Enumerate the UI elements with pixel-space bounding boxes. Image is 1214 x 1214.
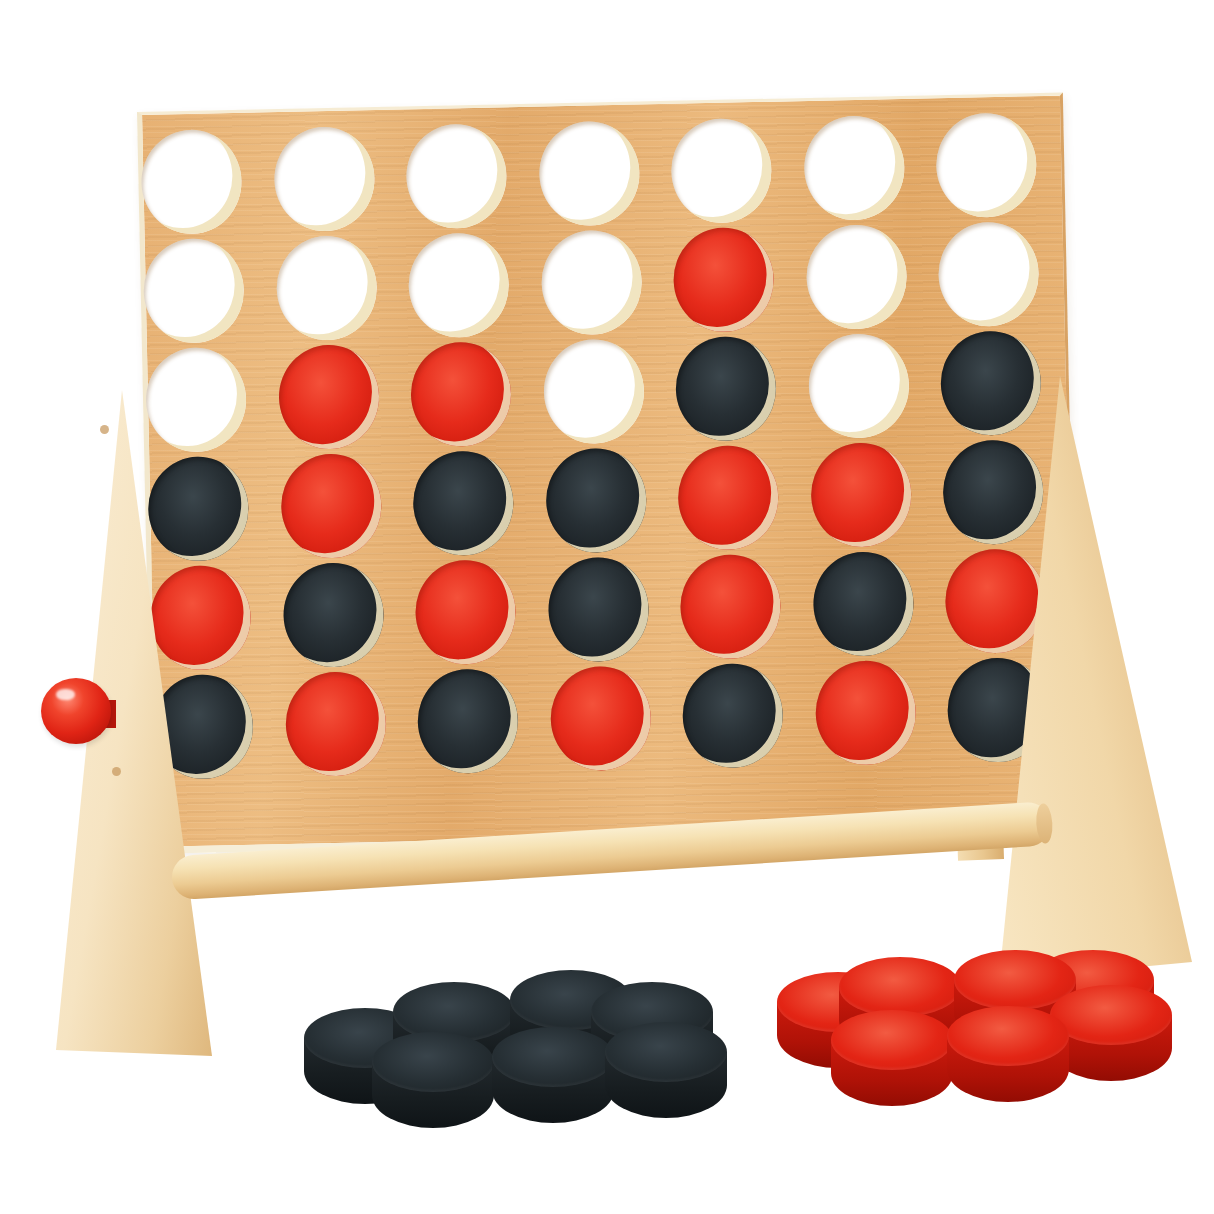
empty-hole [540, 229, 642, 335]
cell-r1c3[interactable] [389, 120, 524, 232]
cell-r1c4[interactable] [522, 117, 657, 229]
cell-r4c6[interactable] [794, 439, 929, 551]
red-disc [150, 564, 252, 670]
cell-r3c4[interactable] [526, 335, 661, 447]
red-disc [945, 548, 1047, 654]
cell-r3c2[interactable] [261, 341, 396, 453]
cell-r5c5[interactable] [663, 550, 798, 662]
red-disc [810, 441, 912, 547]
tray-black-disc[interactable] [372, 1032, 494, 1128]
black-disc-top [372, 1032, 494, 1092]
connect-four-scene [0, 0, 1214, 1214]
cell-r3c5[interactable] [659, 332, 794, 444]
black-disc-top [492, 1027, 614, 1087]
cell-r4c3[interactable] [396, 447, 531, 559]
empty-hole [273, 126, 375, 232]
red-disc-top [839, 957, 961, 1017]
cell-r2c5[interactable] [657, 223, 792, 335]
red-disc [415, 559, 517, 665]
cell-r1c5[interactable] [654, 114, 789, 226]
cell-r4c7[interactable] [926, 436, 1061, 548]
red-disc [549, 665, 651, 771]
cell-r6c2[interactable] [268, 668, 403, 780]
black-disc [417, 668, 519, 774]
empty-hole [935, 112, 1037, 218]
black-disc [682, 662, 784, 768]
black-disc [412, 450, 514, 556]
black-disc [147, 455, 249, 561]
cell-r3c6[interactable] [791, 330, 926, 442]
cell-r1c2[interactable] [257, 123, 392, 235]
cell-r2c4[interactable] [524, 226, 659, 338]
cell-r1c6[interactable] [787, 112, 922, 224]
red-disc [280, 452, 382, 558]
cell-r6c5[interactable] [666, 659, 801, 771]
tray-black-disc[interactable] [605, 1022, 727, 1118]
leg-plug-icon [100, 425, 109, 434]
game-board [137, 93, 1078, 854]
black-disc [940, 330, 1042, 436]
cell-r2c6[interactable] [789, 221, 924, 333]
cell-r3c1[interactable] [129, 343, 264, 455]
black-disc [545, 447, 647, 553]
empty-hole [938, 221, 1040, 327]
cell-r2c2[interactable] [259, 232, 394, 344]
black-disc [282, 561, 384, 667]
cell-r4c2[interactable] [264, 450, 399, 562]
empty-hole [141, 128, 243, 234]
red-disc-top [831, 1010, 953, 1070]
tray-red-disc[interactable] [947, 1006, 1069, 1102]
cell-r4c5[interactable] [661, 441, 796, 553]
red-disc [680, 553, 782, 659]
empty-hole [803, 114, 905, 220]
black-disc [942, 439, 1044, 545]
red-disc [285, 670, 387, 776]
cell-r2c3[interactable] [392, 229, 527, 341]
release-knob[interactable] [41, 678, 111, 744]
cell-r1c7[interactable] [919, 109, 1054, 221]
empty-hole [143, 237, 245, 343]
red-disc [814, 659, 916, 765]
cell-r5c3[interactable] [398, 556, 533, 668]
red-disc [673, 226, 775, 332]
empty-hole [538, 120, 640, 226]
red-disc [677, 444, 779, 550]
red-disc-top [947, 1006, 1069, 1066]
empty-hole [145, 346, 247, 452]
empty-hole [808, 332, 910, 438]
cell-r2c1[interactable] [127, 234, 262, 346]
leg-plug-icon [112, 767, 121, 776]
cell-r4c4[interactable] [529, 444, 664, 556]
black-disc [675, 335, 777, 441]
cell-r6c4[interactable] [533, 662, 668, 774]
tray-red-disc[interactable] [831, 1010, 953, 1106]
red-disc [410, 341, 512, 447]
empty-hole [408, 232, 510, 338]
black-disc [812, 550, 914, 656]
cell-r5c2[interactable] [266, 559, 401, 671]
tray-black-disc[interactable] [492, 1027, 614, 1123]
cell-r6c6[interactable] [798, 657, 933, 769]
empty-hole [671, 117, 773, 223]
black-disc-top [605, 1022, 727, 1082]
cell-r5c6[interactable] [796, 548, 931, 660]
cell-r1c1[interactable] [124, 125, 259, 237]
cell-r3c7[interactable] [924, 327, 1059, 439]
empty-hole [275, 235, 377, 341]
black-disc [547, 556, 649, 662]
empty-hole [406, 123, 508, 229]
cell-r6c3[interactable] [401, 665, 536, 777]
cell-r2c7[interactable] [921, 218, 1056, 330]
empty-hole [543, 338, 645, 444]
red-disc [278, 344, 380, 450]
empty-hole [805, 223, 907, 329]
board-grid [124, 109, 1065, 782]
cell-r5c4[interactable] [531, 553, 666, 665]
cell-r3c3[interactable] [394, 338, 529, 450]
cell-r4c1[interactable] [131, 452, 266, 564]
